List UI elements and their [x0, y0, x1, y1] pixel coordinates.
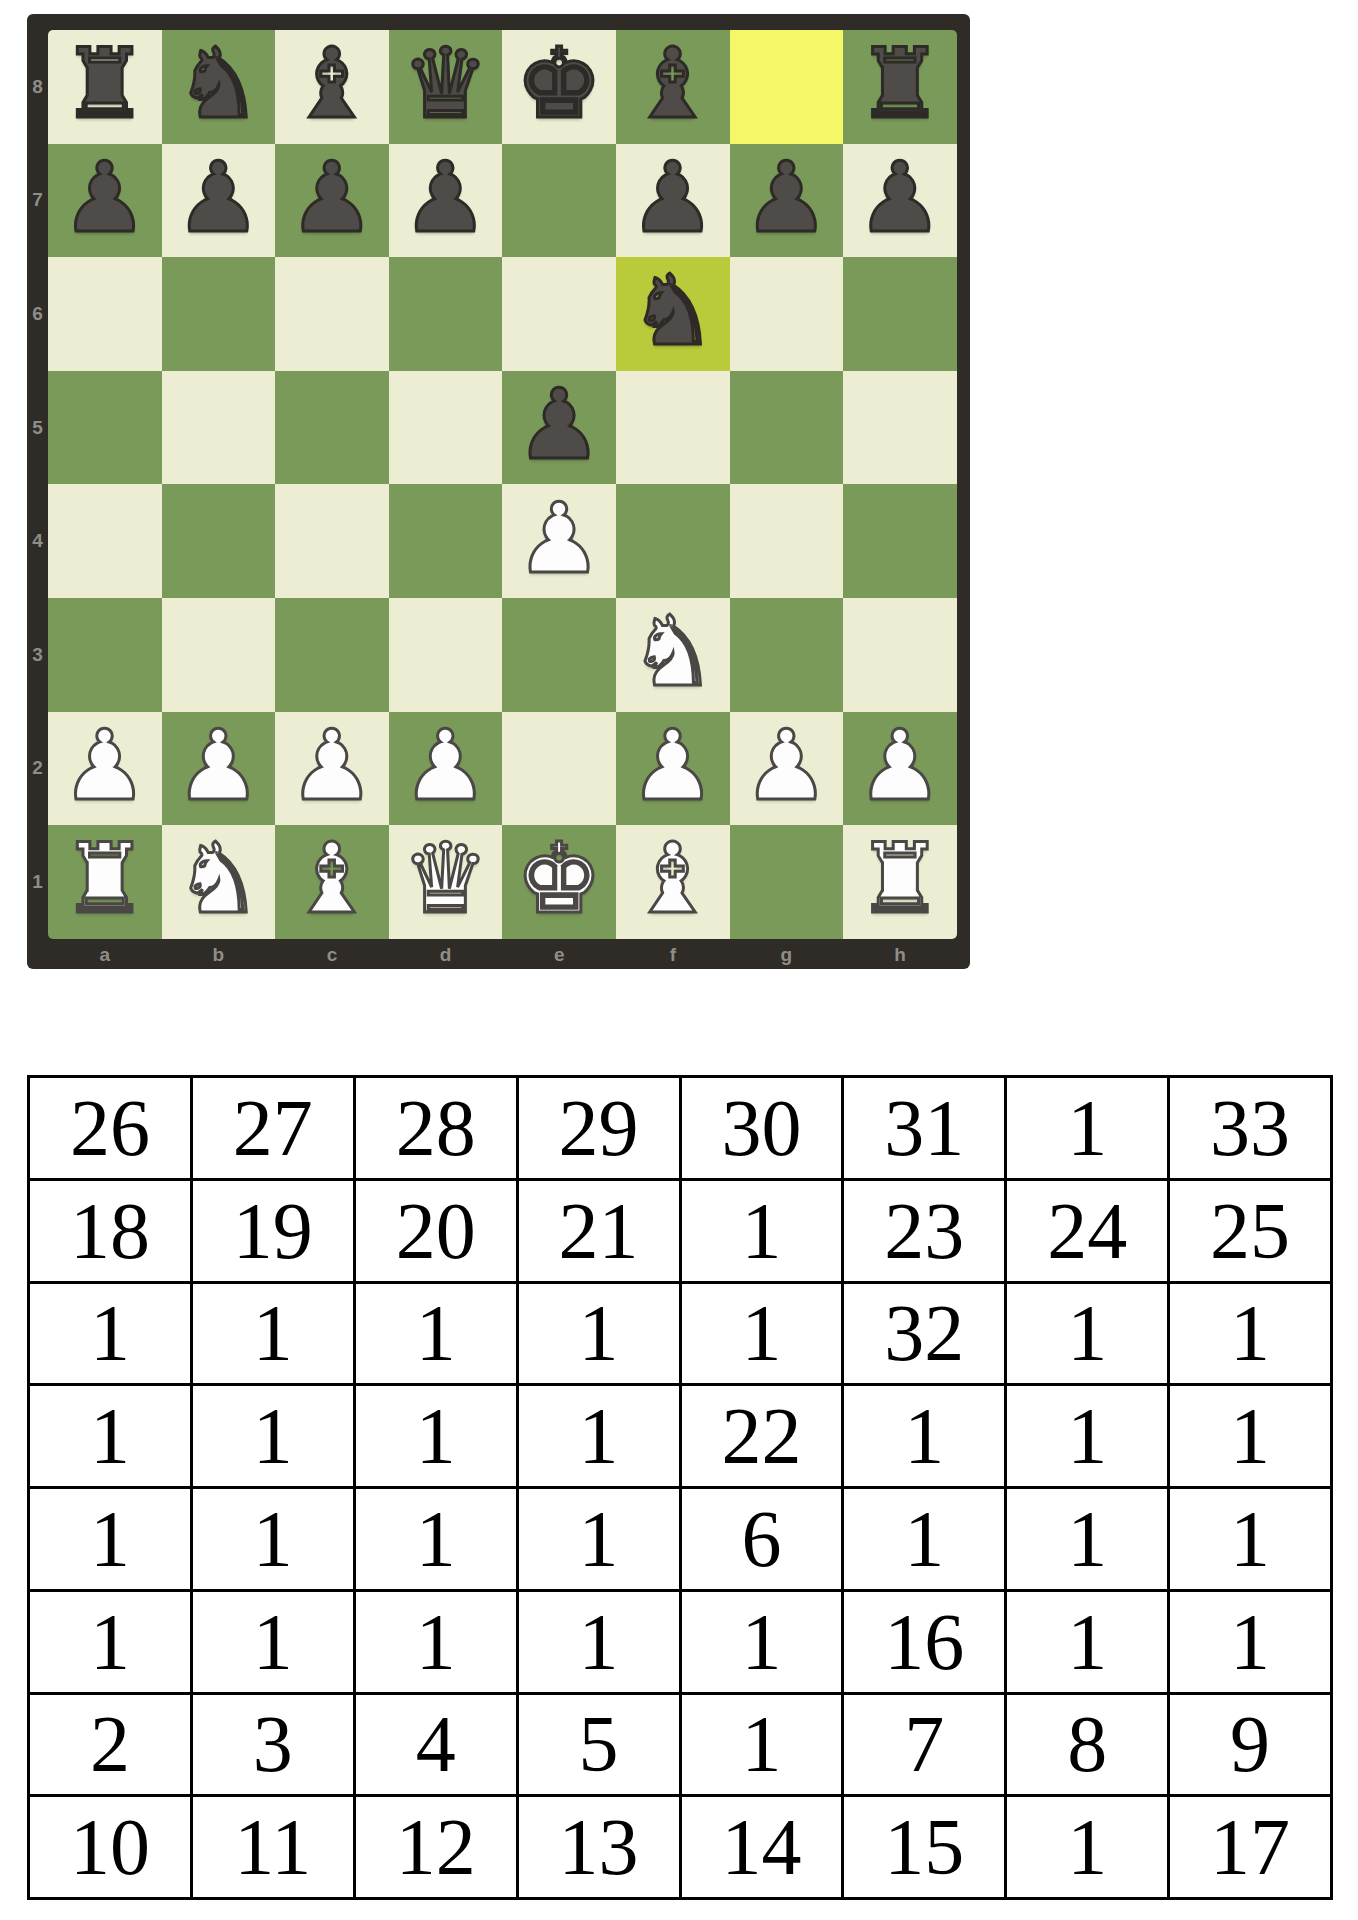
piece-black-pawn[interactable]: ♟	[289, 149, 376, 246]
piece-black-queen[interactable]: ♛	[402, 35, 489, 132]
table-cell-r7c8: 9	[1169, 1693, 1332, 1796]
piece-black-pawn[interactable]: ♟	[743, 149, 830, 246]
file-label-c: c	[327, 944, 338, 966]
file-label-b: b	[213, 944, 225, 966]
square-b4[interactable]	[162, 484, 276, 598]
square-b8[interactable]: ♞	[162, 30, 276, 144]
square-e5[interactable]: ♟	[502, 371, 616, 485]
table-cell-r4c3: 1	[354, 1385, 517, 1488]
piece-white-queen[interactable]: ♛	[402, 830, 489, 927]
rank-label-2: 2	[27, 757, 48, 779]
square-h7[interactable]: ♟	[843, 144, 957, 258]
square-h6[interactable]	[843, 257, 957, 371]
square-h8[interactable]: ♜	[843, 30, 957, 144]
square-f3[interactable]: ♞	[616, 598, 730, 712]
square-a3[interactable]	[48, 598, 162, 712]
square-f1[interactable]: ♝	[616, 825, 730, 939]
square-e7[interactable]	[502, 144, 616, 258]
table-cell-r8c8: 17	[1169, 1796, 1332, 1899]
piece-white-rook[interactable]: ♜	[61, 830, 148, 927]
square-f6[interactable]: ♞	[616, 257, 730, 371]
table-cell-r7c4: 5	[517, 1693, 680, 1796]
square-b3[interactable]	[162, 598, 276, 712]
table-cell-r6c3: 1	[354, 1590, 517, 1693]
square-d6[interactable]	[389, 257, 503, 371]
rank-label-3: 3	[27, 644, 48, 666]
file-label-f: f	[670, 944, 676, 966]
square-a1[interactable]: ♜	[48, 825, 162, 939]
square-c6[interactable]	[275, 257, 389, 371]
table-cell-r3c7: 1	[1006, 1282, 1169, 1385]
table-cell-r6c6: 16	[843, 1590, 1006, 1693]
table-cell-r3c3: 1	[354, 1282, 517, 1385]
table-cell-r1c5: 30	[680, 1077, 843, 1180]
piece-white-pawn[interactable]: ♟	[743, 717, 830, 814]
piece-black-pawn[interactable]: ♟	[175, 149, 262, 246]
square-c4[interactable]	[275, 484, 389, 598]
piece-white-knight[interactable]: ♞	[629, 603, 716, 700]
table-cell-r8c4: 13	[517, 1796, 680, 1899]
square-a6[interactable]	[48, 257, 162, 371]
table-cell-r5c8: 1	[1169, 1488, 1332, 1591]
piece-white-pawn[interactable]: ♟	[629, 717, 716, 814]
square-h1[interactable]: ♜	[843, 825, 957, 939]
file-label-h: h	[894, 944, 906, 966]
square-d3[interactable]	[389, 598, 503, 712]
table-cell-r1c3: 28	[354, 1077, 517, 1180]
table-cell-r8c5: 14	[680, 1796, 843, 1899]
square-e6[interactable]	[502, 257, 616, 371]
file-label-e: e	[554, 944, 565, 966]
square-g5[interactable]	[730, 371, 844, 485]
square-d2[interactable]: ♟	[389, 712, 503, 826]
square-b2[interactable]: ♟	[162, 712, 276, 826]
table-cell-r1c7: 1	[1006, 1077, 1169, 1180]
table-cell-r1c2: 27	[191, 1077, 354, 1180]
piece-white-bishop[interactable]: ♝	[289, 830, 376, 927]
square-d5[interactable]	[389, 371, 503, 485]
table-cell-r3c8: 1	[1169, 1282, 1332, 1385]
square-b6[interactable]	[162, 257, 276, 371]
table-cell-r6c8: 1	[1169, 1590, 1332, 1693]
square-h3[interactable]	[843, 598, 957, 712]
piece-black-bishop[interactable]: ♝	[629, 35, 716, 132]
table-row: 181920211232425	[29, 1179, 1332, 1282]
square-h4[interactable]	[843, 484, 957, 598]
table-row: 101112131415117	[29, 1796, 1332, 1899]
square-g4[interactable]	[730, 484, 844, 598]
table-row: 111111611	[29, 1590, 1332, 1693]
piece-black-pawn[interactable]: ♟	[629, 149, 716, 246]
square-a4[interactable]	[48, 484, 162, 598]
piece-black-king[interactable]: ♚	[516, 35, 603, 132]
table-cell-r4c8: 1	[1169, 1385, 1332, 1488]
piece-white-pawn[interactable]: ♟	[289, 717, 376, 814]
table-cell-r2c2: 19	[191, 1179, 354, 1282]
square-a8[interactable]: ♜	[48, 30, 162, 144]
square-f2[interactable]: ♟	[616, 712, 730, 826]
piece-black-bishop[interactable]: ♝	[289, 35, 376, 132]
piece-black-rook[interactable]: ♜	[856, 35, 943, 132]
table-row: 262728293031133	[29, 1077, 1332, 1180]
piece-black-knight[interactable]: ♞	[175, 35, 262, 132]
table-cell-r8c3: 12	[354, 1796, 517, 1899]
table-cell-r3c5: 1	[680, 1282, 843, 1385]
table-cell-r7c1: 2	[29, 1693, 192, 1796]
table-cell-r4c1: 1	[29, 1385, 192, 1488]
square-f4[interactable]	[616, 484, 730, 598]
square-e3[interactable]	[502, 598, 616, 712]
piece-black-rook[interactable]: ♜	[61, 35, 148, 132]
rank-label-4: 4	[27, 530, 48, 552]
square-c5[interactable]	[275, 371, 389, 485]
table-row: 111122111	[29, 1385, 1332, 1488]
square-f7[interactable]: ♟	[616, 144, 730, 258]
piece-white-pawn[interactable]: ♟	[61, 717, 148, 814]
square-e1[interactable]: ♚	[502, 825, 616, 939]
table-cell-r4c6: 1	[843, 1385, 1006, 1488]
square-d4[interactable]	[389, 484, 503, 598]
table-cell-r2c1: 18	[29, 1179, 192, 1282]
square-g2[interactable]: ♟	[730, 712, 844, 826]
table-cell-r3c4: 1	[517, 1282, 680, 1385]
table-cell-r6c4: 1	[517, 1590, 680, 1693]
table-cell-r7c5: 1	[680, 1693, 843, 1796]
number-table: 2627282930311331819202112324251111132111…	[27, 1075, 1333, 1900]
table-row: 23451789	[29, 1693, 1332, 1796]
square-g7[interactable]: ♟	[730, 144, 844, 258]
rank-label-1: 1	[27, 871, 48, 893]
piece-black-pawn[interactable]: ♟	[61, 149, 148, 246]
square-b7[interactable]: ♟	[162, 144, 276, 258]
piece-black-pawn[interactable]: ♟	[516, 376, 603, 473]
table-cell-r7c6: 7	[843, 1693, 1006, 1796]
square-g1[interactable]	[730, 825, 844, 939]
square-e8[interactable]: ♚	[502, 30, 616, 144]
square-h5[interactable]	[843, 371, 957, 485]
table-cell-r1c8: 33	[1169, 1077, 1332, 1180]
table-cell-r2c3: 20	[354, 1179, 517, 1282]
rank-label-6: 6	[27, 303, 48, 325]
table-cell-r2c4: 21	[517, 1179, 680, 1282]
square-c3[interactable]	[275, 598, 389, 712]
square-e4[interactable]: ♟	[502, 484, 616, 598]
table-cell-r6c1: 1	[29, 1590, 192, 1693]
square-b5[interactable]	[162, 371, 276, 485]
board-squares: ♜♞♝♛♚♝♜♟♟♟♟♟♟♟♞♟♟♞♟♟♟♟♟♟♟♜♞♝♛♚♝♜	[48, 30, 957, 939]
piece-white-pawn[interactable]: ♟	[516, 490, 603, 587]
table-cell-r8c7: 1	[1006, 1796, 1169, 1899]
table-cell-r8c2: 11	[191, 1796, 354, 1899]
table-row: 111113211	[29, 1282, 1332, 1385]
file-label-d: d	[440, 944, 452, 966]
table-cell-r1c4: 29	[517, 1077, 680, 1180]
table-cell-r7c3: 4	[354, 1693, 517, 1796]
table-cell-r2c5: 1	[680, 1179, 843, 1282]
square-a2[interactable]: ♟	[48, 712, 162, 826]
table-cell-r5c5: 6	[680, 1488, 843, 1591]
square-g6[interactable]	[730, 257, 844, 371]
table-cell-r1c1: 26	[29, 1077, 192, 1180]
table-cell-r4c4: 1	[517, 1385, 680, 1488]
table-cell-r7c2: 3	[191, 1693, 354, 1796]
square-d8[interactable]: ♛	[389, 30, 503, 144]
rank-label-7: 7	[27, 189, 48, 211]
table-cell-r2c6: 23	[843, 1179, 1006, 1282]
square-f5[interactable]	[616, 371, 730, 485]
piece-white-bishop[interactable]: ♝	[629, 830, 716, 927]
table-cell-r5c7: 1	[1006, 1488, 1169, 1591]
piece-white-pawn[interactable]: ♟	[402, 717, 489, 814]
table-cell-r6c5: 1	[680, 1590, 843, 1693]
piece-black-knight[interactable]: ♞	[629, 262, 716, 359]
piece-white-pawn[interactable]: ♟	[175, 717, 262, 814]
square-e2[interactable]	[502, 712, 616, 826]
square-c7[interactable]: ♟	[275, 144, 389, 258]
table-cell-r2c7: 24	[1006, 1179, 1169, 1282]
table-cell-r6c2: 1	[191, 1590, 354, 1693]
square-d1[interactable]: ♛	[389, 825, 503, 939]
table-cell-r2c8: 25	[1169, 1179, 1332, 1282]
table-cell-r3c2: 1	[191, 1282, 354, 1385]
table-cell-r5c3: 1	[354, 1488, 517, 1591]
file-label-g: g	[781, 944, 793, 966]
rank-label-5: 5	[27, 417, 48, 439]
square-b1[interactable]: ♞	[162, 825, 276, 939]
table-cell-r5c6: 1	[843, 1488, 1006, 1591]
square-a5[interactable]	[48, 371, 162, 485]
piece-white-king[interactable]: ♚	[516, 830, 603, 927]
square-c1[interactable]: ♝	[275, 825, 389, 939]
square-h2[interactable]: ♟	[843, 712, 957, 826]
square-g8[interactable]	[730, 30, 844, 144]
table-cell-r5c1: 1	[29, 1488, 192, 1591]
square-g3[interactable]	[730, 598, 844, 712]
table-row: 11116111	[29, 1488, 1332, 1591]
piece-black-pawn[interactable]: ♟	[402, 149, 489, 246]
table-cell-r5c2: 1	[191, 1488, 354, 1591]
table-cell-r8c1: 10	[29, 1796, 192, 1899]
piece-white-rook[interactable]: ♜	[856, 830, 943, 927]
square-a7[interactable]: ♟	[48, 144, 162, 258]
square-c2[interactable]: ♟	[275, 712, 389, 826]
table-cell-r6c7: 1	[1006, 1590, 1169, 1693]
table-cell-r4c5: 22	[680, 1385, 843, 1488]
piece-white-knight[interactable]: ♞	[175, 830, 262, 927]
table-cell-r3c6: 32	[843, 1282, 1006, 1385]
table-cell-r4c7: 1	[1006, 1385, 1169, 1488]
rank-label-8: 8	[27, 76, 48, 98]
chess-board: ♜♞♝♛♚♝♜♟♟♟♟♟♟♟♞♟♟♞♟♟♟♟♟♟♟♜♞♝♛♚♝♜ 8765432…	[27, 14, 970, 969]
square-f8[interactable]: ♝	[616, 30, 730, 144]
piece-white-pawn[interactable]: ♟	[856, 717, 943, 814]
piece-black-pawn[interactable]: ♟	[856, 149, 943, 246]
table-cell-r3c1: 1	[29, 1282, 192, 1385]
table-cell-r7c7: 8	[1006, 1693, 1169, 1796]
table-cell-r4c2: 1	[191, 1385, 354, 1488]
table-cell-r5c4: 1	[517, 1488, 680, 1591]
square-c8[interactable]: ♝	[275, 30, 389, 144]
square-d7[interactable]: ♟	[389, 144, 503, 258]
table-cell-r8c6: 15	[843, 1796, 1006, 1899]
file-label-a: a	[100, 944, 111, 966]
table-cell-r1c6: 31	[843, 1077, 1006, 1180]
